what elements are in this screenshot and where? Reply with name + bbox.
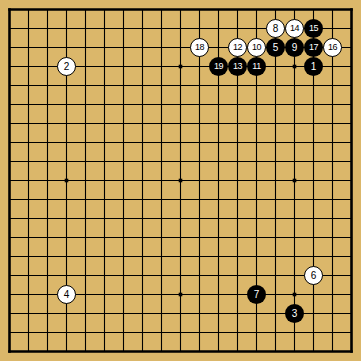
go-stone-white-l17: 18 [190, 38, 210, 58]
go-board: 12345678910111213141516171819 [0, 0, 361, 361]
go-stone-black-r16: 1 [304, 57, 324, 77]
move-number: 15 [309, 24, 318, 33]
star-point [65, 179, 69, 183]
move-number: 16 [328, 43, 337, 52]
move-number: 6 [311, 271, 317, 281]
go-stone-white-r5: 6 [304, 266, 324, 286]
move-number: 7 [254, 290, 260, 300]
go-stone-black-p17: 5 [266, 38, 286, 58]
go-stone-white-d4: 4 [57, 285, 77, 305]
go-stone-white-s17: 16 [323, 38, 343, 58]
star-point [293, 293, 297, 297]
go-stone-white-d16: 2 [57, 57, 77, 77]
move-number: 2 [64, 62, 70, 72]
star-point [293, 65, 297, 69]
move-number: 18 [195, 43, 204, 52]
move-number: 13 [233, 62, 242, 71]
move-number: 12 [233, 43, 242, 52]
move-number: 8 [273, 24, 279, 34]
star-point [179, 65, 183, 69]
go-stone-white-o17: 10 [247, 38, 267, 58]
star-point [293, 179, 297, 183]
move-number: 14 [290, 24, 299, 33]
go-board-diagram: 12345678910111213141516171819 [0, 0, 361, 361]
move-number: 1 [311, 62, 317, 72]
go-stone-black-n16: 13 [228, 57, 248, 77]
move-number: 4 [64, 290, 70, 300]
go-stone-white-p18: 8 [266, 19, 286, 39]
move-number: 17 [309, 43, 318, 52]
go-stone-black-o4: 7 [247, 285, 267, 305]
star-point [179, 179, 183, 183]
move-number: 11 [252, 62, 261, 71]
go-stone-white-n17: 12 [228, 38, 248, 58]
move-number: 10 [252, 43, 261, 52]
go-stone-white-q18: 14 [285, 19, 305, 39]
move-number: 9 [292, 43, 298, 53]
move-number: 19 [214, 62, 223, 71]
go-stone-black-m16: 19 [209, 57, 229, 77]
go-stone-black-q3: 3 [285, 304, 305, 324]
go-stone-black-r17: 17 [304, 38, 324, 58]
move-number: 3 [292, 309, 298, 319]
go-stone-black-r18: 15 [304, 19, 324, 39]
move-number: 5 [273, 43, 279, 53]
go-stone-black-o16: 11 [247, 57, 267, 77]
star-point [179, 293, 183, 297]
go-stone-black-q17: 9 [285, 38, 305, 58]
